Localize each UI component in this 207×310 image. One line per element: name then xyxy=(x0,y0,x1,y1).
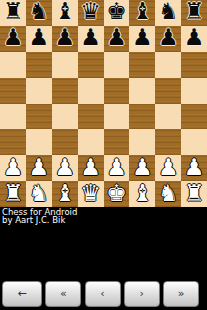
black-pawn-piece: ♟ xyxy=(29,26,50,49)
white-knight-piece: ♞ xyxy=(29,182,50,205)
square-c5[interactable] xyxy=(52,78,78,104)
black-queen-piece: ♛ xyxy=(80,0,101,23)
square-b5[interactable] xyxy=(26,78,52,104)
square-g7[interactable]: ♟ xyxy=(155,26,181,52)
square-f3[interactable] xyxy=(129,129,155,155)
square-e2[interactable]: ♟ xyxy=(104,155,130,181)
square-g8[interactable]: ♞ xyxy=(155,0,181,26)
square-c6[interactable] xyxy=(52,52,78,78)
white-pawn-piece: ♟ xyxy=(3,156,24,179)
square-b3[interactable] xyxy=(26,129,52,155)
square-c2[interactable]: ♟ xyxy=(52,155,78,181)
white-knight-piece: ♞ xyxy=(158,182,179,205)
square-h6[interactable] xyxy=(181,52,207,78)
square-c4[interactable] xyxy=(52,104,78,130)
black-pawn-piece: ♟ xyxy=(3,26,24,49)
white-king-piece: ♚ xyxy=(106,182,127,205)
undo-move-button[interactable]: ← xyxy=(2,281,42,307)
black-rook-piece: ♜ xyxy=(3,0,24,23)
square-h8[interactable]: ♜ xyxy=(181,0,207,26)
square-d1[interactable]: ♛ xyxy=(78,181,104,207)
square-d7[interactable]: ♟ xyxy=(78,26,104,52)
square-c1[interactable]: ♝ xyxy=(52,181,78,207)
black-rook-piece: ♜ xyxy=(184,0,205,23)
square-g2[interactable]: ♟ xyxy=(155,155,181,181)
square-c7[interactable]: ♟ xyxy=(52,26,78,52)
white-pawn-piece: ♟ xyxy=(106,156,127,179)
square-b6[interactable] xyxy=(26,52,52,78)
step-back-button[interactable]: ‹ xyxy=(85,281,121,307)
square-g1[interactable]: ♞ xyxy=(155,181,181,207)
white-rook-piece: ♜ xyxy=(184,182,205,205)
black-pawn-piece: ♟ xyxy=(184,26,205,49)
white-rook-piece: ♜ xyxy=(3,182,24,205)
black-pawn-piece: ♟ xyxy=(54,26,75,49)
white-pawn-piece: ♟ xyxy=(80,156,101,179)
white-pawn-piece: ♟ xyxy=(158,156,179,179)
navigation-toolbar: ← « ‹ › » xyxy=(0,281,207,307)
step-forward-button[interactable]: › xyxy=(124,281,160,307)
square-e6[interactable] xyxy=(104,52,130,78)
square-e1[interactable]: ♚ xyxy=(104,181,130,207)
square-h1[interactable]: ♜ xyxy=(181,181,207,207)
square-h7[interactable]: ♟ xyxy=(181,26,207,52)
square-d2[interactable]: ♟ xyxy=(78,155,104,181)
square-b8[interactable]: ♞ xyxy=(26,0,52,26)
square-h5[interactable] xyxy=(181,78,207,104)
square-g3[interactable] xyxy=(155,129,181,155)
square-h4[interactable] xyxy=(181,104,207,130)
square-a1[interactable]: ♜ xyxy=(0,181,26,207)
square-b2[interactable]: ♟ xyxy=(26,155,52,181)
square-b4[interactable] xyxy=(26,104,52,130)
go-to-start-button[interactable]: « xyxy=(45,281,81,307)
black-pawn-piece: ♟ xyxy=(158,26,179,49)
white-bishop-piece: ♝ xyxy=(54,182,75,205)
app-info: Chess for Android by Aart J.C. Bik xyxy=(2,208,77,224)
black-pawn-piece: ♟ xyxy=(132,26,153,49)
white-pawn-piece: ♟ xyxy=(29,156,50,179)
black-knight-piece: ♞ xyxy=(158,0,179,23)
black-king-piece: ♚ xyxy=(106,0,127,23)
square-a5[interactable] xyxy=(0,78,26,104)
white-pawn-piece: ♟ xyxy=(184,156,205,179)
square-a3[interactable] xyxy=(0,129,26,155)
square-a2[interactable]: ♟ xyxy=(0,155,26,181)
chess-board: ♜♞♝♛♚♝♞♜♟♟♟♟♟♟♟♟♟♟♟♟♟♟♟♟♜♞♝♛♚♝♞♜ xyxy=(0,0,207,207)
square-c3[interactable] xyxy=(52,129,78,155)
square-f4[interactable] xyxy=(129,104,155,130)
square-g5[interactable] xyxy=(155,78,181,104)
square-e8[interactable]: ♚ xyxy=(104,0,130,26)
white-bishop-piece: ♝ xyxy=(132,182,153,205)
square-h3[interactable] xyxy=(181,129,207,155)
square-g4[interactable] xyxy=(155,104,181,130)
square-d6[interactable] xyxy=(78,52,104,78)
go-to-end-button[interactable]: » xyxy=(163,281,199,307)
square-e5[interactable] xyxy=(104,78,130,104)
square-e3[interactable] xyxy=(104,129,130,155)
square-a4[interactable] xyxy=(0,104,26,130)
square-c8[interactable]: ♝ xyxy=(52,0,78,26)
square-h2[interactable]: ♟ xyxy=(181,155,207,181)
square-b7[interactable]: ♟ xyxy=(26,26,52,52)
square-f1[interactable]: ♝ xyxy=(129,181,155,207)
square-f5[interactable] xyxy=(129,78,155,104)
square-f8[interactable]: ♝ xyxy=(129,0,155,26)
black-knight-piece: ♞ xyxy=(29,0,50,23)
app-author: by Aart J.C. Bik xyxy=(2,216,77,224)
white-queen-piece: ♛ xyxy=(80,182,101,205)
chess-for-android-screen: ♜♞♝♛♚♝♞♜♟♟♟♟♟♟♟♟♟♟♟♟♟♟♟♟♜♞♝♛♚♝♞♜ Chess f… xyxy=(0,0,207,310)
square-d3[interactable] xyxy=(78,129,104,155)
square-g6[interactable] xyxy=(155,52,181,78)
square-d8[interactable]: ♛ xyxy=(78,0,104,26)
black-bishop-piece: ♝ xyxy=(54,0,75,23)
square-e4[interactable] xyxy=(104,104,130,130)
square-a6[interactable] xyxy=(0,52,26,78)
square-a7[interactable]: ♟ xyxy=(0,26,26,52)
square-f7[interactable]: ♟ xyxy=(129,26,155,52)
square-a8[interactable]: ♜ xyxy=(0,0,26,26)
square-f2[interactable]: ♟ xyxy=(129,155,155,181)
black-bishop-piece: ♝ xyxy=(132,0,153,23)
square-f6[interactable] xyxy=(129,52,155,78)
square-d4[interactable] xyxy=(78,104,104,130)
white-pawn-piece: ♟ xyxy=(132,156,153,179)
black-pawn-piece: ♟ xyxy=(106,26,127,49)
square-e7[interactable]: ♟ xyxy=(104,26,130,52)
black-pawn-piece: ♟ xyxy=(80,26,101,49)
square-d5[interactable] xyxy=(78,78,104,104)
white-pawn-piece: ♟ xyxy=(54,156,75,179)
square-b1[interactable]: ♞ xyxy=(26,181,52,207)
